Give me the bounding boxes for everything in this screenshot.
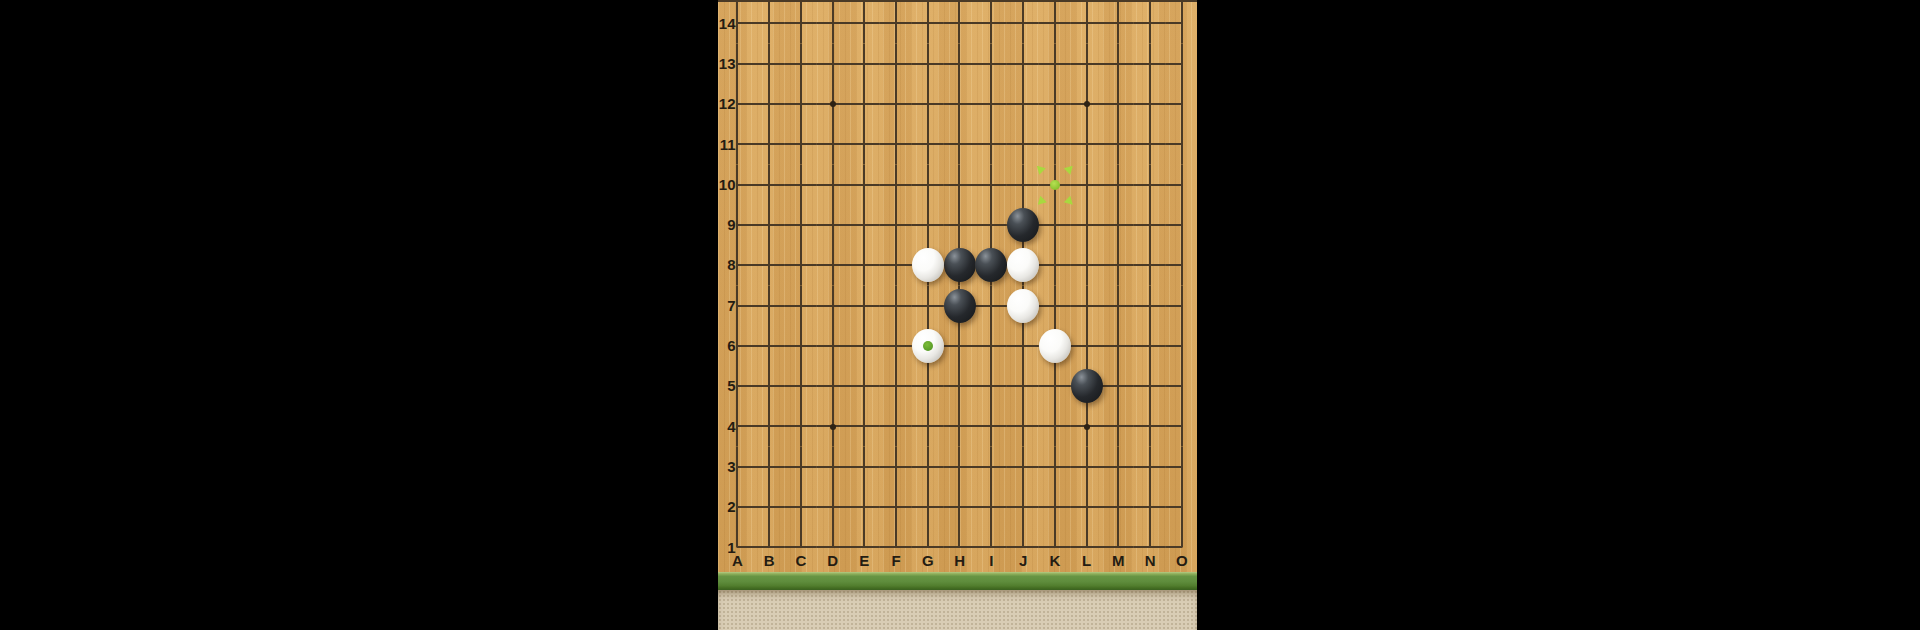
intersection-N5[interactable] — [1134, 366, 1166, 406]
col-label-B: B — [764, 552, 775, 569]
intersection-G5[interactable] — [912, 366, 944, 406]
intersection-B8[interactable] — [753, 245, 785, 285]
intersection-N12[interactable] — [1134, 84, 1166, 124]
intersection-N7[interactable] — [1134, 286, 1166, 326]
intersection-G3[interactable] — [912, 447, 944, 487]
intersection-N4[interactable] — [1134, 406, 1166, 446]
intersection-G10[interactable] — [912, 165, 944, 205]
row-label-9: 9 — [718, 217, 736, 233]
intersection-E12[interactable] — [848, 84, 880, 124]
intersection-D14[interactable] — [817, 3, 849, 43]
intersection-M13[interactable] — [1102, 44, 1134, 84]
intersection-C6[interactable] — [785, 326, 817, 366]
white-stone-J7 — [1007, 289, 1039, 323]
col-label-D: D — [827, 552, 838, 569]
intersection-J4[interactable] — [1007, 406, 1039, 446]
row-label-14: 14 — [718, 16, 736, 32]
intersection-K13[interactable] — [1039, 44, 1071, 84]
intersection-E9[interactable] — [848, 205, 880, 245]
intersection-O9[interactable] — [1166, 205, 1197, 245]
hint-dot — [1050, 180, 1060, 190]
intersection-C8[interactable] — [785, 245, 817, 285]
table-surface — [718, 590, 1197, 630]
intersection-K3[interactable] — [1039, 447, 1071, 487]
intersection-H13[interactable] — [944, 44, 976, 84]
intersection-O3[interactable] — [1166, 447, 1197, 487]
intersection-H12[interactable] — [944, 84, 976, 124]
intersection-C10[interactable] — [785, 165, 817, 205]
col-label-H: H — [954, 552, 965, 569]
col-label-I: I — [989, 552, 993, 569]
intersection-M2[interactable] — [1102, 487, 1134, 527]
intersection-N13[interactable] — [1134, 44, 1166, 84]
intersection-M11[interactable] — [1102, 124, 1134, 164]
intersection-L8[interactable] — [1071, 245, 1103, 285]
intersection-C11[interactable] — [785, 124, 817, 164]
intersection-K7[interactable] — [1039, 286, 1071, 326]
intersection-N2[interactable] — [1134, 487, 1166, 527]
intersection-G7[interactable] — [912, 286, 944, 326]
intersection-L9[interactable] — [1071, 205, 1103, 245]
col-label-E: E — [859, 552, 869, 569]
col-label-M: M — [1112, 552, 1125, 569]
star-point-L12 — [1084, 101, 1090, 107]
intersection-O5[interactable] — [1166, 366, 1197, 406]
intersection-E13[interactable] — [848, 44, 880, 84]
intersection-B12[interactable] — [753, 84, 785, 124]
intersection-B7[interactable] — [753, 286, 785, 326]
intersection-O14[interactable] — [1166, 3, 1197, 43]
col-label-O: O — [1176, 552, 1188, 569]
intersection-K11[interactable] — [1039, 124, 1071, 164]
intersection-H9[interactable] — [944, 205, 976, 245]
intersection-C2[interactable] — [785, 487, 817, 527]
intersection-F10[interactable] — [880, 165, 912, 205]
intersection-D8[interactable] — [817, 245, 849, 285]
intersection-E14[interactable] — [848, 3, 880, 43]
intersection-B4[interactable] — [753, 406, 785, 446]
intersection-L3[interactable] — [1071, 447, 1103, 487]
intersection-J6[interactable] — [1007, 326, 1039, 366]
intersection-O8[interactable] — [1166, 245, 1197, 285]
intersection-E7[interactable] — [848, 286, 880, 326]
intersection-F2[interactable] — [880, 487, 912, 527]
intersection-J13[interactable] — [1007, 44, 1039, 84]
intersection-N11[interactable] — [1134, 124, 1166, 164]
intersection-L10[interactable] — [1071, 165, 1103, 205]
intersection-M4[interactable] — [1102, 406, 1134, 446]
intersection-K14[interactable] — [1039, 3, 1071, 43]
intersection-K2[interactable] — [1039, 487, 1071, 527]
row-label-10: 10 — [718, 177, 736, 193]
white-stone-K6 — [1039, 329, 1071, 363]
intersection-I12[interactable] — [975, 84, 1007, 124]
row-label-6: 6 — [718, 338, 736, 354]
intersection-J11[interactable] — [1007, 124, 1039, 164]
intersection-F6[interactable] — [880, 326, 912, 366]
intersection-I13[interactable] — [975, 44, 1007, 84]
intersection-H11[interactable] — [944, 124, 976, 164]
col-label-C: C — [795, 552, 806, 569]
intersection-B14[interactable] — [753, 3, 785, 43]
intersection-J12[interactable] — [1007, 84, 1039, 124]
intersection-I10[interactable] — [975, 165, 1007, 205]
col-label-K: K — [1049, 552, 1060, 569]
intersection-I9[interactable] — [975, 205, 1007, 245]
intersection-N6[interactable] — [1134, 326, 1166, 366]
intersection-B10[interactable] — [753, 165, 785, 205]
intersection-I3[interactable] — [975, 447, 1007, 487]
go-app-screen: 1413121110987654321 ABCDEFGHIJKLMNO — [718, 0, 1197, 630]
intersection-M12[interactable] — [1102, 84, 1134, 124]
intersection-F5[interactable] — [880, 366, 912, 406]
star-point-L4 — [1084, 424, 1090, 430]
intersection-N8[interactable] — [1134, 245, 1166, 285]
intersection-C9[interactable] — [785, 205, 817, 245]
intersection-J5[interactable] — [1007, 366, 1039, 406]
intersection-G14[interactable] — [912, 3, 944, 43]
intersection-B5[interactable] — [753, 366, 785, 406]
intersection-D11[interactable] — [817, 124, 849, 164]
col-label-L: L — [1082, 552, 1091, 569]
intersection-D13[interactable] — [817, 44, 849, 84]
intersection-O13[interactable] — [1166, 44, 1197, 84]
intersection-J3[interactable] — [1007, 447, 1039, 487]
intersection-N14[interactable] — [1134, 3, 1166, 43]
white-stone-G6 — [912, 329, 944, 363]
intersection-L13[interactable] — [1071, 44, 1103, 84]
intersection-L7[interactable] — [1071, 286, 1103, 326]
intersection-F7[interactable] — [880, 286, 912, 326]
black-stone-L5 — [1071, 369, 1103, 403]
intersection-K9[interactable] — [1039, 205, 1071, 245]
intersection-D3[interactable] — [817, 447, 849, 487]
row-label-4: 4 — [718, 419, 736, 435]
intersection-I11[interactable] — [975, 124, 1007, 164]
intersection-D7[interactable] — [817, 286, 849, 326]
intersection-D6[interactable] — [817, 326, 849, 366]
intersection-M6[interactable] — [1102, 326, 1134, 366]
intersection-B13[interactable] — [753, 44, 785, 84]
last-move-dot — [923, 341, 933, 351]
intersection-F9[interactable] — [880, 205, 912, 245]
intersection-O7[interactable] — [1166, 286, 1197, 326]
intersection-E2[interactable] — [848, 487, 880, 527]
intersection-D5[interactable] — [817, 366, 849, 406]
intersection-O4[interactable] — [1166, 406, 1197, 446]
black-stone-H7 — [944, 289, 976, 323]
intersection-C3[interactable] — [785, 447, 817, 487]
intersection-N10[interactable] — [1134, 165, 1166, 205]
intersection-F12[interactable] — [880, 84, 912, 124]
intersection-E6[interactable] — [848, 326, 880, 366]
intersection-G2[interactable] — [912, 487, 944, 527]
intersection-E4[interactable] — [848, 406, 880, 446]
intersection-I4[interactable] — [975, 406, 1007, 446]
intersection-C4[interactable] — [785, 406, 817, 446]
intersection-I6[interactable] — [975, 326, 1007, 366]
intersection-N3[interactable] — [1134, 447, 1166, 487]
row-label-7: 7 — [718, 298, 736, 314]
intersection-O11[interactable] — [1166, 124, 1197, 164]
intersection-N9[interactable] — [1134, 205, 1166, 245]
intersection-J10[interactable] — [1007, 165, 1039, 205]
row-label-2: 2 — [718, 499, 736, 515]
row-label-12: 12 — [718, 96, 736, 112]
intersection-O2[interactable] — [1166, 487, 1197, 527]
intersection-E11[interactable] — [848, 124, 880, 164]
intersection-G11[interactable] — [912, 124, 944, 164]
intersection-G9[interactable] — [912, 205, 944, 245]
intersection-M3[interactable] — [1102, 447, 1134, 487]
col-label-N: N — [1145, 552, 1156, 569]
intersection-H2[interactable] — [944, 487, 976, 527]
intersection-F14[interactable] — [880, 3, 912, 43]
top-edge-line — [718, 0, 1197, 2]
intersection-B6[interactable] — [753, 326, 785, 366]
board-grid — [721, 0, 1197, 568]
intersection-C5[interactable] — [785, 366, 817, 406]
col-label-A: A — [732, 552, 743, 569]
intersection-J2[interactable] — [1007, 487, 1039, 527]
intersection-I7[interactable] — [975, 286, 1007, 326]
app-screenshot: 1413121110987654321 ABCDEFGHIJKLMNO — [0, 0, 1920, 630]
intersection-M7[interactable] — [1102, 286, 1134, 326]
row-label-11: 11 — [718, 137, 736, 153]
intersection-D2[interactable] — [817, 487, 849, 527]
intersection-M9[interactable] — [1102, 205, 1134, 245]
intersection-M8[interactable] — [1102, 245, 1134, 285]
intersection-F13[interactable] — [880, 44, 912, 84]
intersection-C12[interactable] — [785, 84, 817, 124]
col-label-J: J — [1019, 552, 1027, 569]
intersection-M10[interactable] — [1102, 165, 1134, 205]
intersection-F8[interactable] — [880, 245, 912, 285]
intersection-K12[interactable] — [1039, 84, 1071, 124]
intersection-K4[interactable] — [1039, 406, 1071, 446]
intersection-H10[interactable] — [944, 165, 976, 205]
intersection-M5[interactable] — [1102, 366, 1134, 406]
intersection-O10[interactable] — [1166, 165, 1197, 205]
intersection-C14[interactable] — [785, 3, 817, 43]
intersection-F3[interactable] — [880, 447, 912, 487]
row-label-3: 3 — [718, 459, 736, 475]
intersection-J14[interactable] — [1007, 3, 1039, 43]
intersection-K5[interactable] — [1039, 366, 1071, 406]
intersection-M14[interactable] — [1102, 3, 1134, 43]
star-point-D12 — [830, 101, 836, 107]
white-stone-J8 — [1007, 248, 1039, 282]
intersection-L6[interactable] — [1071, 326, 1103, 366]
intersection-I5[interactable] — [975, 366, 1007, 406]
intersection-G13[interactable] — [912, 44, 944, 84]
black-stone-J9 — [1007, 208, 1039, 242]
intersection-E5[interactable] — [848, 366, 880, 406]
intersection-D9[interactable] — [817, 205, 849, 245]
intersection-L14[interactable] — [1071, 3, 1103, 43]
intersection-H4[interactable] — [944, 406, 976, 446]
intersection-H6[interactable] — [944, 326, 976, 366]
intersection-H5[interactable] — [944, 366, 976, 406]
go-board: 1413121110987654321 ABCDEFGHIJKLMNO — [718, 0, 1197, 572]
intersection-B2[interactable] — [753, 487, 785, 527]
intersection-B11[interactable] — [753, 124, 785, 164]
black-stone-I8 — [975, 248, 1007, 282]
row-label-5: 5 — [718, 378, 736, 394]
intersection-C7[interactable] — [785, 286, 817, 326]
intersection-I2[interactable] — [975, 487, 1007, 527]
intersection-H3[interactable] — [944, 447, 976, 487]
intersection-O12[interactable] — [1166, 84, 1197, 124]
board-front-edge — [718, 572, 1197, 591]
col-label-G: G — [922, 552, 934, 569]
intersection-L11[interactable] — [1071, 124, 1103, 164]
intersection-F11[interactable] — [880, 124, 912, 164]
intersection-K8[interactable] — [1039, 245, 1071, 285]
black-stone-H8 — [944, 248, 976, 282]
intersection-C13[interactable] — [785, 44, 817, 84]
row-label-13: 13 — [718, 56, 736, 72]
intersection-G4[interactable] — [912, 406, 944, 446]
intersection-D10[interactable] — [817, 165, 849, 205]
intersection-H14[interactable] — [944, 3, 976, 43]
white-stone-G8 — [912, 248, 944, 282]
intersection-B3[interactable] — [753, 447, 785, 487]
intersection-L2[interactable] — [1071, 487, 1103, 527]
intersection-E8[interactable] — [848, 245, 880, 285]
intersection-E3[interactable] — [848, 447, 880, 487]
col-label-F: F — [891, 552, 900, 569]
intersection-B9[interactable] — [753, 205, 785, 245]
intersection-I14[interactable] — [975, 3, 1007, 43]
intersection-F4[interactable] — [880, 406, 912, 446]
intersection-E10[interactable] — [848, 165, 880, 205]
intersection-O6[interactable] — [1166, 326, 1197, 366]
star-point-D4 — [830, 424, 836, 430]
intersection-G12[interactable] — [912, 84, 944, 124]
row-label-8: 8 — [718, 257, 736, 273]
